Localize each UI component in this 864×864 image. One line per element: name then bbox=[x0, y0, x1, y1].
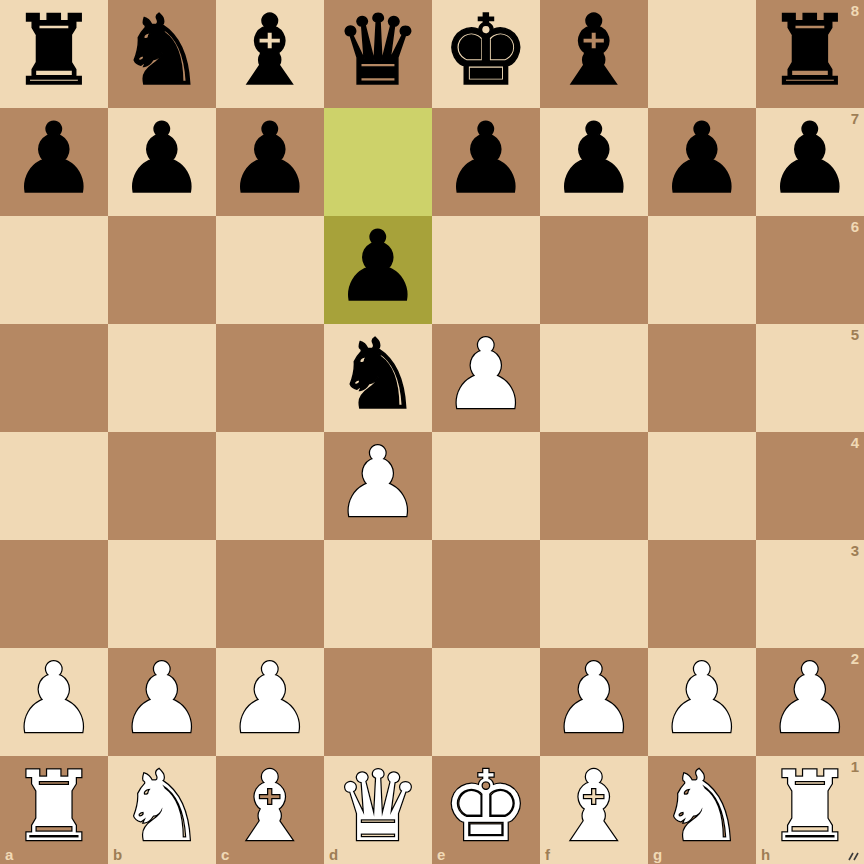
square-g4[interactable] bbox=[648, 432, 756, 540]
white-bishop[interactable]: ♝ bbox=[227, 753, 314, 861]
square-f1[interactable]: ♝ bbox=[540, 756, 648, 864]
square-g8[interactable] bbox=[648, 0, 756, 108]
square-d4[interactable]: ♟ bbox=[324, 432, 432, 540]
square-e6[interactable] bbox=[432, 216, 540, 324]
square-a4[interactable] bbox=[0, 432, 108, 540]
black-bishop[interactable]: ♝ bbox=[551, 0, 638, 105]
square-g3[interactable] bbox=[648, 540, 756, 648]
square-e2[interactable] bbox=[432, 648, 540, 756]
board-resize-grip-icon[interactable] bbox=[847, 848, 861, 861]
square-h4[interactable] bbox=[756, 432, 864, 540]
white-rook[interactable]: ♜ bbox=[767, 753, 854, 861]
square-a5[interactable] bbox=[0, 324, 108, 432]
white-pawn[interactable]: ♟ bbox=[335, 429, 422, 537]
black-knight[interactable]: ♞ bbox=[335, 321, 422, 429]
square-f6[interactable] bbox=[540, 216, 648, 324]
white-pawn[interactable]: ♟ bbox=[659, 645, 746, 753]
white-pawn[interactable]: ♟ bbox=[11, 645, 98, 753]
square-e7[interactable]: ♟ bbox=[432, 108, 540, 216]
square-h8[interactable]: ♜ bbox=[756, 0, 864, 108]
square-g7[interactable]: ♟ bbox=[648, 108, 756, 216]
white-knight[interactable]: ♞ bbox=[659, 753, 746, 861]
square-d1[interactable]: ♛ bbox=[324, 756, 432, 864]
square-g5[interactable] bbox=[648, 324, 756, 432]
square-b6[interactable] bbox=[108, 216, 216, 324]
black-rook[interactable]: ♜ bbox=[11, 0, 98, 105]
white-pawn[interactable]: ♟ bbox=[551, 645, 638, 753]
square-b1[interactable]: ♞ bbox=[108, 756, 216, 864]
square-c2[interactable]: ♟ bbox=[216, 648, 324, 756]
square-a1[interactable]: ♜ bbox=[0, 756, 108, 864]
square-c7[interactable]: ♟ bbox=[216, 108, 324, 216]
square-d3[interactable] bbox=[324, 540, 432, 648]
white-pawn[interactable]: ♟ bbox=[227, 645, 314, 753]
white-king[interactable]: ♚ bbox=[443, 753, 530, 861]
square-f2[interactable]: ♟ bbox=[540, 648, 648, 756]
square-b4[interactable] bbox=[108, 432, 216, 540]
square-h5[interactable] bbox=[756, 324, 864, 432]
black-pawn[interactable]: ♟ bbox=[227, 105, 314, 213]
black-queen[interactable]: ♛ bbox=[335, 0, 422, 105]
square-a7[interactable]: ♟ bbox=[0, 108, 108, 216]
square-b2[interactable]: ♟ bbox=[108, 648, 216, 756]
square-g6[interactable] bbox=[648, 216, 756, 324]
square-g1[interactable]: ♞ bbox=[648, 756, 756, 864]
square-h3[interactable] bbox=[756, 540, 864, 648]
white-pawn[interactable]: ♟ bbox=[767, 645, 854, 753]
square-d5[interactable]: ♞ bbox=[324, 324, 432, 432]
chess-board: ♜♞♝♛♚♝♜♟♟♟♟♟♟♟♟♞♟♟♟♟♟♟♟♟♜♞♝♛♚♝♞♜ abcdefg… bbox=[0, 0, 864, 864]
square-b8[interactable]: ♞ bbox=[108, 0, 216, 108]
square-h2[interactable]: ♟ bbox=[756, 648, 864, 756]
black-pawn[interactable]: ♟ bbox=[119, 105, 206, 213]
square-b3[interactable] bbox=[108, 540, 216, 648]
square-c8[interactable]: ♝ bbox=[216, 0, 324, 108]
white-bishop[interactable]: ♝ bbox=[551, 753, 638, 861]
square-d6[interactable]: ♟ bbox=[324, 216, 432, 324]
square-a6[interactable] bbox=[0, 216, 108, 324]
square-c3[interactable] bbox=[216, 540, 324, 648]
square-e8[interactable]: ♚ bbox=[432, 0, 540, 108]
white-queen[interactable]: ♛ bbox=[335, 753, 422, 861]
square-h7[interactable]: ♟ bbox=[756, 108, 864, 216]
square-a2[interactable]: ♟ bbox=[0, 648, 108, 756]
black-pawn[interactable]: ♟ bbox=[11, 105, 98, 213]
black-knight[interactable]: ♞ bbox=[119, 0, 206, 105]
black-pawn[interactable]: ♟ bbox=[659, 105, 746, 213]
square-g2[interactable]: ♟ bbox=[648, 648, 756, 756]
black-pawn[interactable]: ♟ bbox=[443, 105, 530, 213]
square-d7[interactable] bbox=[324, 108, 432, 216]
black-pawn[interactable]: ♟ bbox=[335, 213, 422, 321]
square-e4[interactable] bbox=[432, 432, 540, 540]
square-a8[interactable]: ♜ bbox=[0, 0, 108, 108]
square-b5[interactable] bbox=[108, 324, 216, 432]
square-c4[interactable] bbox=[216, 432, 324, 540]
square-f7[interactable]: ♟ bbox=[540, 108, 648, 216]
square-d2[interactable] bbox=[324, 648, 432, 756]
white-pawn[interactable]: ♟ bbox=[119, 645, 206, 753]
white-pawn[interactable]: ♟ bbox=[443, 321, 530, 429]
square-d8[interactable]: ♛ bbox=[324, 0, 432, 108]
black-pawn[interactable]: ♟ bbox=[767, 105, 854, 213]
square-f5[interactable] bbox=[540, 324, 648, 432]
white-rook[interactable]: ♜ bbox=[11, 753, 98, 861]
square-f3[interactable] bbox=[540, 540, 648, 648]
square-c5[interactable] bbox=[216, 324, 324, 432]
square-h6[interactable] bbox=[756, 216, 864, 324]
square-b7[interactable]: ♟ bbox=[108, 108, 216, 216]
white-knight[interactable]: ♞ bbox=[119, 753, 206, 861]
square-e5[interactable]: ♟ bbox=[432, 324, 540, 432]
black-pawn[interactable]: ♟ bbox=[551, 105, 638, 213]
square-e1[interactable]: ♚ bbox=[432, 756, 540, 864]
black-king[interactable]: ♚ bbox=[443, 0, 530, 105]
square-c6[interactable] bbox=[216, 216, 324, 324]
square-c1[interactable]: ♝ bbox=[216, 756, 324, 864]
square-a3[interactable] bbox=[0, 540, 108, 648]
square-e3[interactable] bbox=[432, 540, 540, 648]
square-f8[interactable]: ♝ bbox=[540, 0, 648, 108]
black-rook[interactable]: ♜ bbox=[767, 0, 854, 105]
square-f4[interactable] bbox=[540, 432, 648, 540]
black-bishop[interactable]: ♝ bbox=[227, 0, 314, 105]
